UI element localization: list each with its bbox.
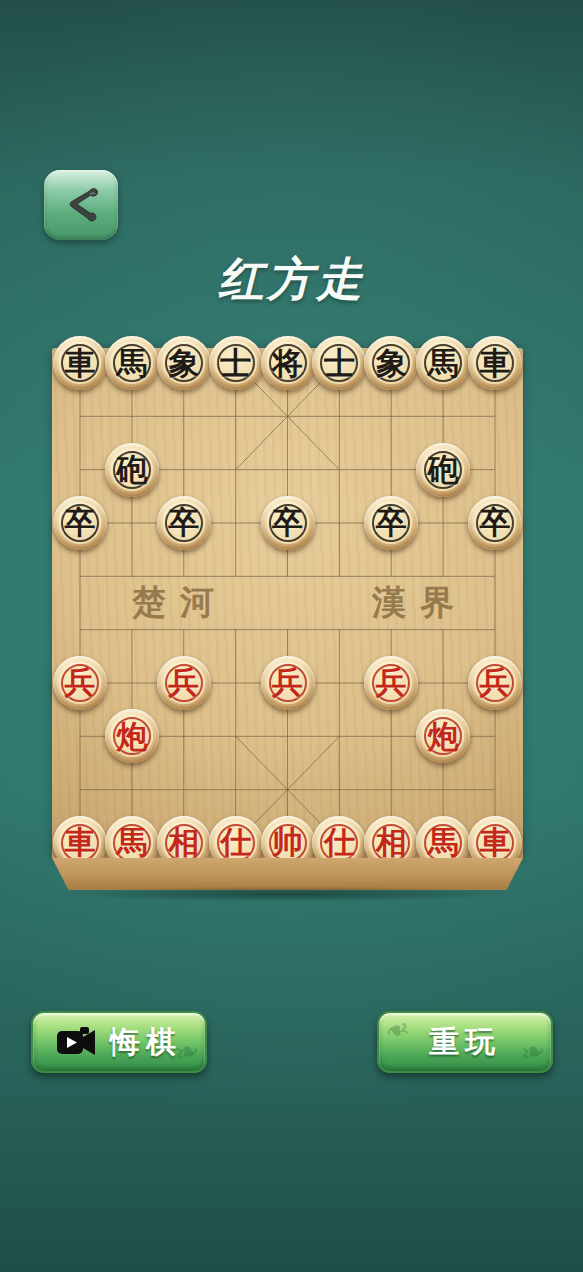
replay-button[interactable]: 重玩 ❧ ❧ — [377, 1011, 553, 1073]
floral-ornament: ❧ — [380, 1010, 416, 1051]
piece-character: 卒 — [468, 496, 522, 550]
game-screen: 红方走 楚河 漢界 車馬象士将士象馬車砲砲卒卒卒卒卒兵兵兵兵兵炮炮車馬相仕帅仕相… — [0, 0, 583, 1272]
undo-move-button[interactable]: 悔棋 ❧ — [31, 1011, 207, 1073]
back-arrow-icon — [58, 182, 104, 228]
piece-black-soldier[interactable]: 卒 — [261, 496, 315, 550]
piece-black-general[interactable]: 将 — [261, 336, 315, 390]
piece-black-chariot[interactable]: 車 — [468, 336, 522, 390]
replay-button-label: 重玩 — [429, 1022, 501, 1063]
piece-character: 砲 — [105, 443, 159, 497]
piece-character: 士 — [312, 336, 366, 390]
piece-black-horse[interactable]: 馬 — [105, 336, 159, 390]
piece-character: 卒 — [157, 496, 211, 550]
piece-character: 炮 — [105, 709, 159, 763]
piece-black-horse[interactable]: 馬 — [416, 336, 470, 390]
piece-character: 炮 — [416, 709, 470, 763]
piece-character: 馬 — [416, 336, 470, 390]
piece-character: 象 — [364, 336, 418, 390]
piece-character: 兵 — [157, 656, 211, 710]
piece-black-elephant[interactable]: 象 — [364, 336, 418, 390]
piece-character: 兵 — [468, 656, 522, 710]
piece-black-elephant[interactable]: 象 — [157, 336, 211, 390]
piece-red-cannon[interactable]: 炮 — [105, 709, 159, 763]
turn-indicator-title: 红方走 — [0, 256, 583, 302]
piece-black-cannon[interactable]: 砲 — [105, 443, 159, 497]
piece-character: 兵 — [53, 656, 107, 710]
piece-black-soldier[interactable]: 卒 — [364, 496, 418, 550]
piece-black-chariot[interactable]: 車 — [53, 336, 107, 390]
piece-black-advisor[interactable]: 士 — [312, 336, 366, 390]
piece-character: 士 — [209, 336, 263, 390]
piece-black-advisor[interactable]: 士 — [209, 336, 263, 390]
video-camera-icon — [56, 1026, 96, 1058]
river-label-right: 漢界 — [340, 580, 500, 624]
piece-character: 卒 — [364, 496, 418, 550]
undo-button-label: 悔棋 — [110, 1022, 182, 1063]
piece-red-soldier[interactable]: 兵 — [261, 656, 315, 710]
piece-red-soldier[interactable]: 兵 — [157, 656, 211, 710]
piece-character: 兵 — [261, 656, 315, 710]
piece-black-soldier[interactable]: 卒 — [157, 496, 211, 550]
piece-character: 卒 — [261, 496, 315, 550]
xiangqi-board[interactable]: 楚河 漢界 車馬象士将士象馬車砲砲卒卒卒卒卒兵兵兵兵兵炮炮車馬相仕帅仕相馬車 — [52, 348, 523, 858]
piece-red-cannon[interactable]: 炮 — [416, 709, 470, 763]
piece-black-soldier[interactable]: 卒 — [53, 496, 107, 550]
piece-red-soldier[interactable]: 兵 — [53, 656, 107, 710]
back-button[interactable] — [44, 170, 118, 240]
piece-red-soldier[interactable]: 兵 — [364, 656, 418, 710]
board-shadow — [60, 886, 515, 902]
floral-ornament: ❧ — [516, 1031, 549, 1071]
piece-character: 砲 — [416, 443, 470, 497]
piece-character: 兵 — [364, 656, 418, 710]
piece-black-soldier[interactable]: 卒 — [468, 496, 522, 550]
piece-character: 車 — [53, 336, 107, 390]
piece-black-cannon[interactable]: 砲 — [416, 443, 470, 497]
river-label-left: 楚河 — [100, 580, 260, 624]
piece-red-soldier[interactable]: 兵 — [468, 656, 522, 710]
piece-character: 馬 — [105, 336, 159, 390]
piece-character: 将 — [261, 336, 315, 390]
piece-character: 車 — [468, 336, 522, 390]
piece-character: 卒 — [53, 496, 107, 550]
piece-character: 象 — [157, 336, 211, 390]
